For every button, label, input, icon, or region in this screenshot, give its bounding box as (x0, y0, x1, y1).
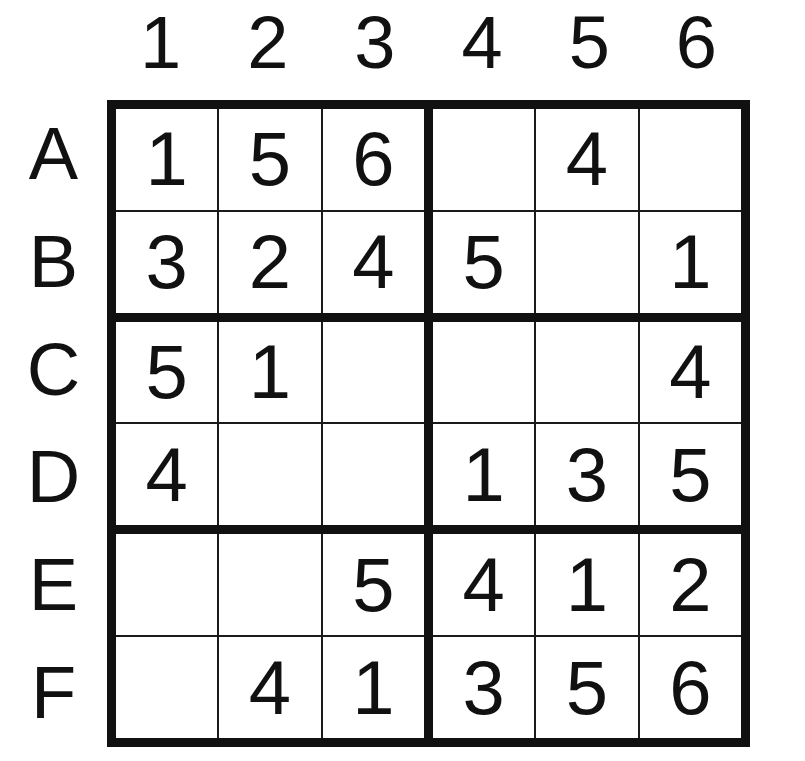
cell-F6[interactable]: 6 (640, 637, 741, 738)
column-label-5: 5 (536, 0, 643, 100)
cell-D6[interactable]: 5 (640, 424, 741, 525)
cell-E4[interactable]: 4 (433, 534, 534, 635)
cell-B1[interactable]: 3 (116, 212, 217, 313)
column-label-4: 4 (428, 0, 535, 100)
sudoku-puzzle: 123456 ABCDEF 1563244515144135541412356 (0, 0, 805, 761)
box-2-1: 412356 (433, 534, 741, 738)
column-labels: 123456 (107, 0, 750, 100)
cell-C5[interactable] (536, 322, 637, 423)
row-labels: ABCDEF (0, 100, 107, 747)
row-label-B: B (0, 208, 107, 316)
cell-E3[interactable]: 5 (323, 534, 424, 635)
column-label-3: 3 (321, 0, 428, 100)
sudoku-board: 1563244515144135541412356 (107, 100, 750, 747)
box-2-0: 541 (116, 534, 424, 738)
cell-A2[interactable]: 5 (219, 109, 320, 210)
cell-C3[interactable] (323, 322, 424, 423)
cell-A6[interactable] (640, 109, 741, 210)
cell-E1[interactable] (116, 534, 217, 635)
cell-A3[interactable]: 6 (323, 109, 424, 210)
cell-D4[interactable]: 1 (433, 424, 534, 525)
cell-A5[interactable]: 4 (536, 109, 637, 210)
cell-E2[interactable] (219, 534, 320, 635)
cell-C2[interactable]: 1 (219, 322, 320, 423)
column-label-1: 1 (107, 0, 214, 100)
row-label-A: A (0, 100, 107, 208)
cell-C6[interactable]: 4 (640, 322, 741, 423)
cell-B6[interactable]: 1 (640, 212, 741, 313)
row-label-F: F (0, 639, 107, 747)
cell-E6[interactable]: 2 (640, 534, 741, 635)
cell-A4[interactable] (433, 109, 534, 210)
cell-B5[interactable] (536, 212, 637, 313)
column-label-6: 6 (643, 0, 750, 100)
cell-D2[interactable] (219, 424, 320, 525)
cell-C1[interactable]: 5 (116, 322, 217, 423)
cell-C4[interactable] (433, 322, 534, 423)
cell-F4[interactable]: 3 (433, 637, 534, 738)
cell-D1[interactable]: 4 (116, 424, 217, 525)
row-label-D: D (0, 424, 107, 532)
box-0-0: 156324 (116, 109, 424, 313)
column-label-2: 2 (214, 0, 321, 100)
cell-D5[interactable]: 3 (536, 424, 637, 525)
cell-F2[interactable]: 4 (219, 637, 320, 738)
row-label-E: E (0, 531, 107, 639)
cell-E5[interactable]: 1 (536, 534, 637, 635)
box-1-1: 4135 (433, 322, 741, 526)
cell-B2[interactable]: 2 (219, 212, 320, 313)
cell-F1[interactable] (116, 637, 217, 738)
box-1-0: 514 (116, 322, 424, 526)
cell-F5[interactable]: 5 (536, 637, 637, 738)
cell-B4[interactable]: 5 (433, 212, 534, 313)
box-0-1: 451 (433, 109, 741, 313)
cell-A1[interactable]: 1 (116, 109, 217, 210)
cell-F3[interactable]: 1 (323, 637, 424, 738)
cell-D3[interactable] (323, 424, 424, 525)
row-label-C: C (0, 316, 107, 424)
cell-B3[interactable]: 4 (323, 212, 424, 313)
